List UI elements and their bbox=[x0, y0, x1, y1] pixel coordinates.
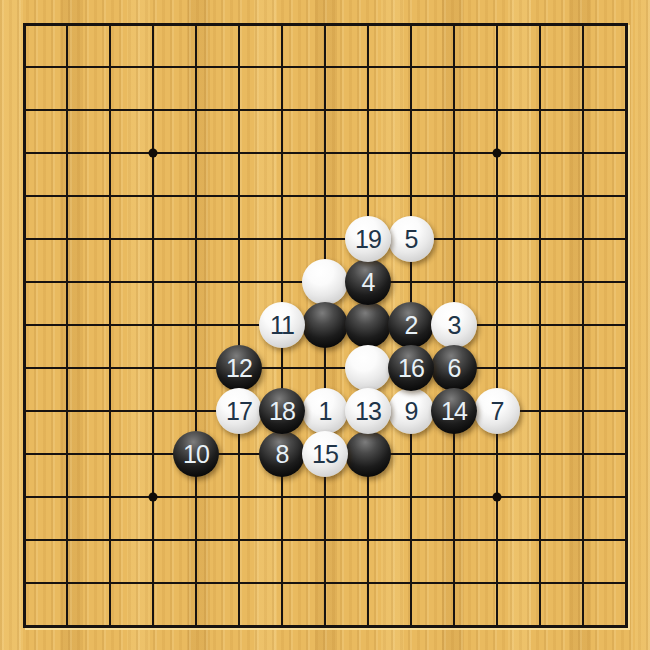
stone-move-number: 9 bbox=[405, 399, 418, 424]
stone-move-number: 5 bbox=[405, 227, 418, 252]
stone-move-number: 17 bbox=[226, 399, 252, 424]
stone-black-move-8: 8 bbox=[259, 431, 305, 477]
grid-line-vertical bbox=[496, 24, 498, 626]
stone-black-move-2: 2 bbox=[388, 302, 434, 348]
stone-move-number: 4 bbox=[362, 270, 375, 295]
stone-move-number: 14 bbox=[441, 399, 467, 424]
stone-black-setup bbox=[345, 302, 391, 348]
stone-white-move-1: 1 bbox=[302, 388, 348, 434]
star-point bbox=[493, 493, 502, 502]
stone-white-move-3: 3 bbox=[431, 302, 477, 348]
stone-white-move-9: 9 bbox=[388, 388, 434, 434]
stone-move-number: 8 bbox=[276, 442, 289, 467]
stone-white-move-11: 11 bbox=[259, 302, 305, 348]
stone-move-number: 13 bbox=[355, 399, 381, 424]
stone-black-move-12: 12 bbox=[216, 345, 262, 391]
stone-white-move-17: 17 bbox=[216, 388, 262, 434]
stone-move-number: 6 bbox=[448, 356, 461, 381]
stone-black-move-6: 6 bbox=[431, 345, 477, 391]
stone-move-number: 7 bbox=[491, 399, 504, 424]
grid-line-horizontal bbox=[24, 582, 626, 584]
stone-white-move-15: 15 bbox=[302, 431, 348, 477]
stone-move-number: 12 bbox=[226, 356, 252, 381]
stone-white-move-5: 5 bbox=[388, 216, 434, 262]
stone-white-setup bbox=[302, 259, 348, 305]
star-point bbox=[149, 149, 158, 158]
stone-move-number: 16 bbox=[398, 356, 424, 381]
stone-white-move-13: 13 bbox=[345, 388, 391, 434]
star-point bbox=[493, 149, 502, 158]
stone-move-number: 10 bbox=[183, 442, 209, 467]
stone-black-move-14: 14 bbox=[431, 388, 477, 434]
stone-move-number: 11 bbox=[270, 313, 294, 338]
stone-move-number: 18 bbox=[269, 399, 295, 424]
stone-black-move-18: 18 bbox=[259, 388, 305, 434]
stone-move-number: 19 bbox=[355, 227, 381, 252]
goban[interactable]: 12345678910111213141516171819 bbox=[0, 0, 650, 650]
stone-move-number: 2 bbox=[405, 313, 418, 338]
stone-black-move-16: 16 bbox=[388, 345, 434, 391]
stone-white-move-7: 7 bbox=[474, 388, 520, 434]
grid-line-vertical bbox=[539, 24, 541, 626]
stone-white-setup bbox=[345, 345, 391, 391]
stone-black-setup bbox=[302, 302, 348, 348]
stone-move-number: 1 bbox=[319, 399, 332, 424]
grid-line-horizontal bbox=[24, 367, 626, 369]
stone-move-number: 15 bbox=[312, 442, 338, 467]
grid-line-horizontal bbox=[24, 539, 626, 541]
grid-line-vertical bbox=[582, 24, 584, 626]
stone-black-move-4: 4 bbox=[345, 259, 391, 305]
stone-move-number: 3 bbox=[448, 313, 461, 338]
stone-black-move-10: 10 bbox=[173, 431, 219, 477]
stone-white-move-19: 19 bbox=[345, 216, 391, 262]
star-point bbox=[149, 493, 158, 502]
stone-black-setup bbox=[345, 431, 391, 477]
grid-line-horizontal bbox=[24, 496, 626, 498]
